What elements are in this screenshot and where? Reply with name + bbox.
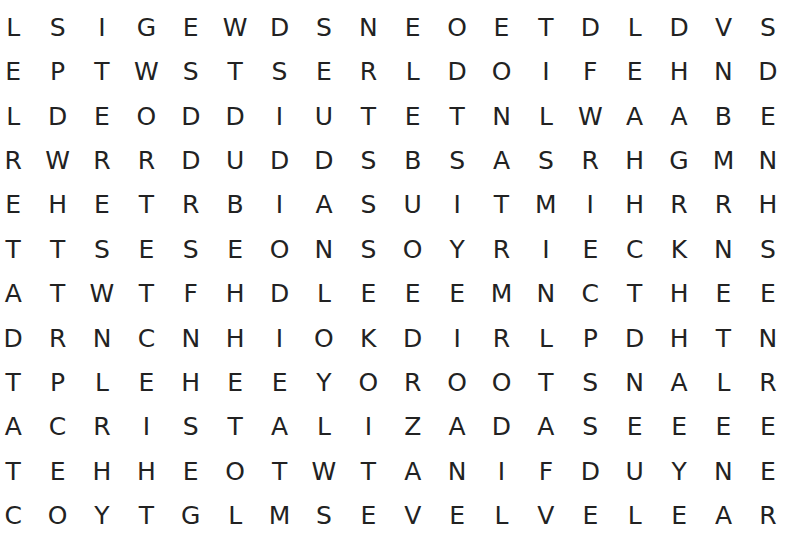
grid-cell-r7c12[interactable]: M [479, 271, 523, 315]
grid-cell-r9c7[interactable]: E [257, 360, 301, 404]
grid-cell-r2c12[interactable]: O [479, 49, 523, 93]
grid-cell-r1c16[interactable]: D [657, 5, 701, 49]
grid-cell-r4c6[interactable]: U [213, 138, 257, 182]
grid-cell-r5c6[interactable]: B [213, 183, 257, 227]
grid-cell-r10c3[interactable]: R [80, 405, 124, 449]
grid-cell-r4c17[interactable]: M [701, 138, 745, 182]
grid-cell-r9c16[interactable]: A [657, 360, 701, 404]
grid-cell-r3c11[interactable]: T [435, 94, 479, 138]
grid-cell-r3c16[interactable]: A [657, 94, 701, 138]
grid-cell-r4c1[interactable]: R [0, 138, 35, 182]
grid-cell-r1c4[interactable]: G [124, 5, 168, 49]
grid-cell-r3c7[interactable]: I [257, 94, 301, 138]
grid-cell-r10c18[interactable]: E [746, 405, 790, 449]
grid-cell-r7c14[interactable]: C [568, 271, 612, 315]
grid-cell-r7c5[interactable]: F [169, 271, 213, 315]
grid-cell-r1c14[interactable]: D [568, 5, 612, 49]
grid-cell-r6c1[interactable]: T [0, 227, 35, 271]
grid-cell-r4c18[interactable]: N [746, 138, 790, 182]
grid-cell-r7c10[interactable]: E [391, 271, 435, 315]
grid-cell-r12c15[interactable]: L [612, 493, 656, 537]
grid-cell-r7c13[interactable]: N [524, 271, 568, 315]
grid-cell-r5c13[interactable]: M [524, 183, 568, 227]
grid-cell-r2c7[interactable]: S [257, 49, 301, 93]
grid-cell-r10c9[interactable]: I [346, 405, 390, 449]
grid-cell-r9c18[interactable]: R [746, 360, 790, 404]
grid-cell-r5c3[interactable]: E [80, 183, 124, 227]
grid-cell-r4c15[interactable]: H [612, 138, 656, 182]
grid-cell-r10c4[interactable]: I [124, 405, 168, 449]
grid-cell-r11c17[interactable]: N [701, 449, 745, 493]
grid-cell-r6c11[interactable]: Y [435, 227, 479, 271]
grid-cell-r1c7[interactable]: D [257, 5, 301, 49]
grid-cell-r9c5[interactable]: H [169, 360, 213, 404]
grid-cell-r4c2[interactable]: W [35, 138, 79, 182]
grid-cell-r9c6[interactable]: E [213, 360, 257, 404]
grid-cell-r1c2[interactable]: S [35, 5, 79, 49]
grid-cell-r11c1[interactable]: T [0, 449, 35, 493]
grid-cell-r8c3[interactable]: N [80, 316, 124, 360]
grid-cell-r6c16[interactable]: K [657, 227, 701, 271]
grid-cell-r11c13[interactable]: F [524, 449, 568, 493]
grid-cell-r2c13[interactable]: I [524, 49, 568, 93]
grid-cell-r12c9[interactable]: E [346, 493, 390, 537]
grid-cell-r7c7[interactable]: D [257, 271, 301, 315]
grid-cell-r6c14[interactable]: E [568, 227, 612, 271]
grid-cell-r10c14[interactable]: S [568, 405, 612, 449]
grid-cell-r3c15[interactable]: A [612, 94, 656, 138]
grid-cell-r5c7[interactable]: I [257, 183, 301, 227]
grid-cell-r9c14[interactable]: S [568, 360, 612, 404]
grid-cell-r7c6[interactable]: H [213, 271, 257, 315]
grid-cell-r5c16[interactable]: R [657, 183, 701, 227]
grid-cell-r7c4[interactable]: T [124, 271, 168, 315]
grid-cell-r4c4[interactable]: R [124, 138, 168, 182]
grid-cell-r6c2[interactable]: T [35, 227, 79, 271]
grid-cell-r7c16[interactable]: H [657, 271, 701, 315]
grid-cell-r11c8[interactable]: W [302, 449, 346, 493]
grid-cell-r10c7[interactable]: A [257, 405, 301, 449]
grid-cell-r12c17[interactable]: A [701, 493, 745, 537]
grid-cell-r8c14[interactable]: P [568, 316, 612, 360]
grid-cell-r12c11[interactable]: E [435, 493, 479, 537]
grid-cell-r9c3[interactable]: L [80, 360, 124, 404]
grid-cell-r10c16[interactable]: E [657, 405, 701, 449]
grid-cell-r8c1[interactable]: D [0, 316, 35, 360]
grid-cell-r8c12[interactable]: R [479, 316, 523, 360]
grid-cell-r2c10[interactable]: L [391, 49, 435, 93]
grid-cell-r11c9[interactable]: T [346, 449, 390, 493]
grid-cell-r12c10[interactable]: V [391, 493, 435, 537]
grid-cell-r6c12[interactable]: R [479, 227, 523, 271]
grid-cell-r5c1[interactable]: E [0, 183, 35, 227]
grid-cell-r1c1[interactable]: L [0, 5, 35, 49]
grid-cell-r10c13[interactable]: A [524, 405, 568, 449]
grid-cell-r9c1[interactable]: T [0, 360, 35, 404]
grid-cell-r5c10[interactable]: U [391, 183, 435, 227]
grid-cell-r10c11[interactable]: A [435, 405, 479, 449]
grid-cell-r4c12[interactable]: A [479, 138, 523, 182]
grid-cell-r8c13[interactable]: L [524, 316, 568, 360]
grid-cell-r3c10[interactable]: E [391, 94, 435, 138]
grid-cell-r6c13[interactable]: I [524, 227, 568, 271]
grid-cell-r1c12[interactable]: E [479, 5, 523, 49]
grid-cell-r5c2[interactable]: H [35, 183, 79, 227]
grid-cell-r1c11[interactable]: O [435, 5, 479, 49]
grid-cell-r3c2[interactable]: D [35, 94, 79, 138]
grid-cell-r3c18[interactable]: E [746, 94, 790, 138]
grid-cell-r6c5[interactable]: S [169, 227, 213, 271]
grid-cell-r6c4[interactable]: E [124, 227, 168, 271]
grid-cell-r4c3[interactable]: R [80, 138, 124, 182]
grid-cell-r10c2[interactable]: C [35, 405, 79, 449]
grid-cell-r5c17[interactable]: R [701, 183, 745, 227]
grid-cell-r6c15[interactable]: C [612, 227, 656, 271]
grid-cell-r5c11[interactable]: I [435, 183, 479, 227]
grid-cell-r11c7[interactable]: T [257, 449, 301, 493]
grid-cell-r6c8[interactable]: N [302, 227, 346, 271]
grid-cell-r8c9[interactable]: K [346, 316, 390, 360]
grid-cell-r1c17[interactable]: V [701, 5, 745, 49]
grid-cell-r1c9[interactable]: N [346, 5, 390, 49]
grid-cell-r7c3[interactable]: W [80, 271, 124, 315]
word-search-grid: LSIGEWDSNEOETDLDVSEPTWSTSERLDOIFEHNDLDEO… [0, 5, 790, 538]
grid-cell-r5c4[interactable]: T [124, 183, 168, 227]
grid-cell-r1c6[interactable]: W [213, 5, 257, 49]
grid-cell-r7c9[interactable]: E [346, 271, 390, 315]
grid-cell-r1c18[interactable]: S [746, 5, 790, 49]
grid-cell-r9c10[interactable]: R [391, 360, 435, 404]
grid-cell-r4c16[interactable]: G [657, 138, 701, 182]
grid-cell-r11c16[interactable]: Y [657, 449, 701, 493]
grid-cell-r10c12[interactable]: D [479, 405, 523, 449]
grid-cell-r12c2[interactable]: O [35, 493, 79, 537]
grid-cell-r12c14[interactable]: E [568, 493, 612, 537]
grid-cell-r10c8[interactable]: L [302, 405, 346, 449]
grid-cell-r10c1[interactable]: A [0, 405, 35, 449]
grid-cell-r4c11[interactable]: S [435, 138, 479, 182]
grid-cell-r8c18[interactable]: N [746, 316, 790, 360]
grid-cell-r7c1[interactable]: A [0, 271, 35, 315]
grid-cell-r8c11[interactable]: I [435, 316, 479, 360]
grid-cell-r3c13[interactable]: L [524, 94, 568, 138]
grid-cell-r1c10[interactable]: E [391, 5, 435, 49]
grid-cell-r12c16[interactable]: E [657, 493, 701, 537]
grid-cell-r3c9[interactable]: T [346, 94, 390, 138]
grid-cell-r12c4[interactable]: T [124, 493, 168, 537]
grid-cell-r3c12[interactable]: N [479, 94, 523, 138]
grid-cell-r10c10[interactable]: Z [391, 405, 435, 449]
grid-cell-r4c9[interactable]: S [346, 138, 390, 182]
grid-cell-r7c2[interactable]: T [35, 271, 79, 315]
grid-cell-r10c6[interactable]: T [213, 405, 257, 449]
grid-cell-r12c18[interactable]: R [746, 493, 790, 537]
grid-cell-r3c3[interactable]: E [80, 94, 124, 138]
grid-cell-r6c7[interactable]: O [257, 227, 301, 271]
grid-cell-r11c18[interactable]: E [746, 449, 790, 493]
grid-cell-r8c2[interactable]: R [35, 316, 79, 360]
grid-cell-r12c1[interactable]: C [0, 493, 35, 537]
grid-cell-r4c13[interactable]: S [524, 138, 568, 182]
grid-cell-r9c12[interactable]: O [479, 360, 523, 404]
grid-cell-r12c7[interactable]: M [257, 493, 301, 537]
grid-cell-r8c8[interactable]: O [302, 316, 346, 360]
grid-cell-r8c16[interactable]: H [657, 316, 701, 360]
grid-cell-r10c5[interactable]: S [169, 405, 213, 449]
grid-cell-r9c2[interactable]: P [35, 360, 79, 404]
grid-cell-r9c11[interactable]: O [435, 360, 479, 404]
grid-cell-r2c14[interactable]: F [568, 49, 612, 93]
grid-cell-r9c4[interactable]: E [124, 360, 168, 404]
grid-cell-r8c10[interactable]: D [391, 316, 435, 360]
grid-cell-r9c9[interactable]: O [346, 360, 390, 404]
grid-cell-r11c4[interactable]: H [124, 449, 168, 493]
grid-cell-r10c17[interactable]: E [701, 405, 745, 449]
grid-cell-r3c6[interactable]: D [213, 94, 257, 138]
grid-cell-r1c3[interactable]: I [80, 5, 124, 49]
grid-cell-r6c17[interactable]: N [701, 227, 745, 271]
grid-cell-r3c14[interactable]: W [568, 94, 612, 138]
grid-cell-r11c12[interactable]: I [479, 449, 523, 493]
grid-cell-r10c15[interactable]: E [612, 405, 656, 449]
grid-cell-r11c10[interactable]: A [391, 449, 435, 493]
grid-cell-r2c18[interactable]: D [746, 49, 790, 93]
grid-cell-r3c17[interactable]: B [701, 94, 745, 138]
grid-cell-r2c8[interactable]: E [302, 49, 346, 93]
grid-cell-r7c11[interactable]: E [435, 271, 479, 315]
grid-cell-r11c15[interactable]: U [612, 449, 656, 493]
grid-cell-r3c8[interactable]: U [302, 94, 346, 138]
grid-cell-r2c4[interactable]: W [124, 49, 168, 93]
grid-cell-r8c15[interactable]: D [612, 316, 656, 360]
grid-cell-r2c15[interactable]: E [612, 49, 656, 93]
grid-cell-r2c2[interactable]: P [35, 49, 79, 93]
grid-cell-r5c9[interactable]: S [346, 183, 390, 227]
grid-cell-r6c3[interactable]: S [80, 227, 124, 271]
grid-cell-r3c1[interactable]: L [0, 94, 35, 138]
grid-cell-r1c15[interactable]: L [612, 5, 656, 49]
grid-cell-r9c15[interactable]: N [612, 360, 656, 404]
grid-cell-r11c3[interactable]: H [80, 449, 124, 493]
grid-cell-r5c12[interactable]: T [479, 183, 523, 227]
grid-cell-r2c9[interactable]: R [346, 49, 390, 93]
grid-cell-r2c16[interactable]: H [657, 49, 701, 93]
grid-cell-r12c8[interactable]: S [302, 493, 346, 537]
grid-cell-r12c6[interactable]: L [213, 493, 257, 537]
grid-cell-r5c18[interactable]: H [746, 183, 790, 227]
grid-cell-r6c18[interactable]: S [746, 227, 790, 271]
grid-cell-r8c5[interactable]: N [169, 316, 213, 360]
grid-cell-r8c6[interactable]: H [213, 316, 257, 360]
grid-cell-r9c8[interactable]: Y [302, 360, 346, 404]
grid-cell-r12c12[interactable]: L [479, 493, 523, 537]
grid-cell-r1c13[interactable]: T [524, 5, 568, 49]
grid-cell-r2c1[interactable]: E [0, 49, 35, 93]
grid-cell-r2c6[interactable]: T [213, 49, 257, 93]
grid-cell-r8c7[interactable]: I [257, 316, 301, 360]
grid-cell-r2c17[interactable]: N [701, 49, 745, 93]
grid-cell-r9c13[interactable]: T [524, 360, 568, 404]
grid-cell-r3c4[interactable]: O [124, 94, 168, 138]
grid-cell-r6c9[interactable]: S [346, 227, 390, 271]
grid-cell-r4c14[interactable]: R [568, 138, 612, 182]
grid-cell-r4c5[interactable]: D [169, 138, 213, 182]
grid-cell-r9c17[interactable]: L [701, 360, 745, 404]
grid-cell-r7c15[interactable]: T [612, 271, 656, 315]
grid-cell-r11c11[interactable]: N [435, 449, 479, 493]
grid-cell-r5c14[interactable]: I [568, 183, 612, 227]
grid-cell-r7c8[interactable]: L [302, 271, 346, 315]
grid-cell-r7c18[interactable]: E [746, 271, 790, 315]
grid-cell-r3c5[interactable]: D [169, 94, 213, 138]
grid-cell-r5c8[interactable]: A [302, 183, 346, 227]
grid-cell-r5c5[interactable]: R [169, 183, 213, 227]
grid-cell-r4c8[interactable]: D [302, 138, 346, 182]
grid-cell-r12c5[interactable]: G [169, 493, 213, 537]
grid-cell-r8c17[interactable]: T [701, 316, 745, 360]
grid-cell-r8c4[interactable]: C [124, 316, 168, 360]
grid-cell-r2c11[interactable]: D [435, 49, 479, 93]
grid-cell-r2c3[interactable]: T [80, 49, 124, 93]
grid-cell-r6c10[interactable]: O [391, 227, 435, 271]
grid-cell-r11c14[interactable]: D [568, 449, 612, 493]
grid-cell-r2c5[interactable]: S [169, 49, 213, 93]
grid-cell-r11c5[interactable]: E [169, 449, 213, 493]
grid-cell-r6c6[interactable]: E [213, 227, 257, 271]
grid-cell-r11c2[interactable]: E [35, 449, 79, 493]
grid-cell-r1c8[interactable]: S [302, 5, 346, 49]
grid-cell-r12c13[interactable]: V [524, 493, 568, 537]
grid-cell-r11c6[interactable]: O [213, 449, 257, 493]
grid-cell-r12c3[interactable]: Y [80, 493, 124, 537]
grid-cell-r4c7[interactable]: D [257, 138, 301, 182]
grid-cell-r1c5[interactable]: E [169, 5, 213, 49]
grid-cell-r7c17[interactable]: E [701, 271, 745, 315]
grid-cell-r5c15[interactable]: H [612, 183, 656, 227]
grid-cell-r4c10[interactable]: B [391, 138, 435, 182]
